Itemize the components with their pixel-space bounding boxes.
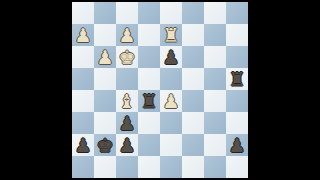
square-c6[interactable]: ♚ (116, 46, 138, 68)
square-c8[interactable] (116, 2, 138, 24)
square-h5[interactable]: ♜ (226, 68, 248, 90)
square-f8[interactable] (182, 2, 204, 24)
square-h8[interactable] (226, 2, 248, 24)
square-f2[interactable] (182, 134, 204, 156)
square-h6[interactable] (226, 46, 248, 68)
white-bishop-c4: ♝ (116, 90, 138, 112)
square-b4[interactable] (94, 90, 116, 112)
white-rook-e7: ♜ (160, 24, 182, 46)
square-f1[interactable] (182, 156, 204, 178)
square-e4[interactable]: ♟ (160, 90, 182, 112)
square-f5[interactable] (182, 68, 204, 90)
square-c4[interactable]: ♝ (116, 90, 138, 112)
black-rook-h5: ♜ (226, 68, 248, 90)
white-king-c6: ♚ (116, 46, 138, 68)
square-g1[interactable] (204, 156, 226, 178)
black-pawn-e6: ♟ (160, 46, 182, 68)
square-e6[interactable]: ♟ (160, 46, 182, 68)
square-f6[interactable] (182, 46, 204, 68)
square-a5[interactable] (72, 68, 94, 90)
square-b8[interactable] (94, 2, 116, 24)
square-d2[interactable] (138, 134, 160, 156)
square-d6[interactable] (138, 46, 160, 68)
square-h3[interactable] (226, 112, 248, 134)
square-b3[interactable] (94, 112, 116, 134)
square-h4[interactable] (226, 90, 248, 112)
square-b7[interactable] (94, 24, 116, 46)
letterboxed-background: ♟♟♜♟♚♟♜♝♜♟♟♟♚♟♟ (0, 0, 320, 180)
black-pawn-c3: ♟ (116, 112, 138, 134)
white-pawn-c7: ♟ (116, 24, 138, 46)
black-rook-d4: ♜ (138, 90, 160, 112)
square-d1[interactable] (138, 156, 160, 178)
square-b5[interactable] (94, 68, 116, 90)
square-f4[interactable] (182, 90, 204, 112)
white-pawn-a7: ♟ (72, 24, 94, 46)
square-d7[interactable] (138, 24, 160, 46)
square-h2[interactable]: ♟ (226, 134, 248, 156)
square-a3[interactable] (72, 112, 94, 134)
square-h7[interactable] (226, 24, 248, 46)
square-h1[interactable] (226, 156, 248, 178)
square-e7[interactable]: ♜ (160, 24, 182, 46)
square-c1[interactable] (116, 156, 138, 178)
square-c7[interactable]: ♟ (116, 24, 138, 46)
square-c2[interactable]: ♟ (116, 134, 138, 156)
square-g8[interactable] (204, 2, 226, 24)
square-e2[interactable] (160, 134, 182, 156)
square-a7[interactable]: ♟ (72, 24, 94, 46)
square-a6[interactable] (72, 46, 94, 68)
black-pawn-a2: ♟ (72, 134, 94, 156)
square-g7[interactable] (204, 24, 226, 46)
black-pawn-h2: ♟ (226, 134, 248, 156)
chess-board: ♟♟♜♟♚♟♜♝♜♟♟♟♚♟♟ (72, 2, 248, 178)
white-pawn-b6: ♟ (94, 46, 116, 68)
square-b1[interactable] (94, 156, 116, 178)
square-g6[interactable] (204, 46, 226, 68)
square-a4[interactable] (72, 90, 94, 112)
square-b6[interactable]: ♟ (94, 46, 116, 68)
square-d4[interactable]: ♜ (138, 90, 160, 112)
square-f7[interactable] (182, 24, 204, 46)
square-e3[interactable] (160, 112, 182, 134)
square-d8[interactable] (138, 2, 160, 24)
square-a2[interactable]: ♟ (72, 134, 94, 156)
square-g4[interactable] (204, 90, 226, 112)
square-d5[interactable] (138, 68, 160, 90)
white-pawn-e4: ♟ (160, 90, 182, 112)
square-g3[interactable] (204, 112, 226, 134)
square-g2[interactable] (204, 134, 226, 156)
square-e8[interactable] (160, 2, 182, 24)
square-e5[interactable] (160, 68, 182, 90)
square-g5[interactable] (204, 68, 226, 90)
square-a8[interactable] (72, 2, 94, 24)
square-c3[interactable]: ♟ (116, 112, 138, 134)
square-e1[interactable] (160, 156, 182, 178)
square-c5[interactable] (116, 68, 138, 90)
square-b2[interactable]: ♚ (94, 134, 116, 156)
black-king-b2: ♚ (94, 134, 116, 156)
square-a1[interactable] (72, 156, 94, 178)
black-pawn-c2: ♟ (116, 134, 138, 156)
square-f3[interactable] (182, 112, 204, 134)
square-d3[interactable] (138, 112, 160, 134)
